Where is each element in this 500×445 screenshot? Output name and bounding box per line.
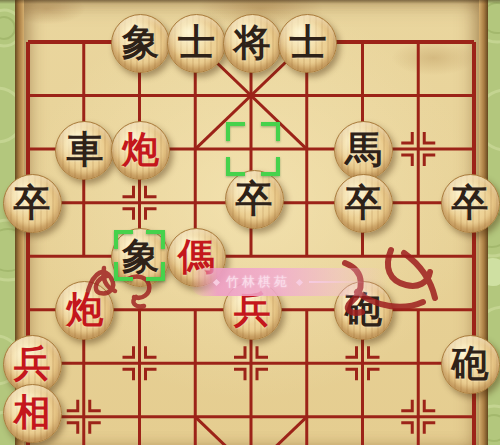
piece-character: 将 (234, 24, 271, 61)
piece-character: 卒 (345, 184, 382, 221)
piece-black-cannon[interactable]: 砲 (441, 335, 500, 394)
banner-dot-right (296, 278, 303, 285)
piece-character: 兵 (14, 345, 51, 382)
piece-black-elephant[interactable]: 象 (111, 228, 170, 287)
piece-character: 車 (66, 131, 103, 168)
piece-black-advisor[interactable]: 士 (278, 14, 337, 73)
piece-black-soldier[interactable]: 卒 (3, 174, 62, 233)
piece-character: 卒 (14, 184, 51, 221)
top-shadow (0, 0, 500, 4)
piece-character: 象 (122, 24, 159, 61)
xiangqi-game-screen: 象士将士車炮馬卒卒卒卒象傌炮兵砲兵砲相 竹林棋苑 (0, 0, 500, 445)
piece-character: 象 (122, 238, 159, 275)
piece-black-soldier[interactable]: 卒 (225, 170, 284, 229)
watermark-banner: 竹林棋苑 (190, 268, 388, 296)
piece-red-cannon[interactable]: 炮 (55, 281, 114, 340)
piece-character: 砲 (452, 345, 489, 382)
piece-red-elephant[interactable]: 相 (3, 384, 62, 443)
piece-character: 卒 (452, 184, 489, 221)
banner-tail-line (309, 281, 367, 283)
piece-red-cannon[interactable]: 炮 (111, 121, 170, 180)
piece-character: 兵 (234, 291, 271, 328)
piece-black-general[interactable]: 将 (223, 14, 282, 73)
piece-black-chariot[interactable]: 車 (55, 121, 114, 180)
pieces-layer: 象士将士車炮馬卒卒卒卒象傌炮兵砲兵砲相 (0, 0, 500, 445)
piece-black-advisor[interactable]: 士 (167, 14, 226, 73)
piece-character: 相 (14, 394, 51, 431)
piece-black-soldier[interactable]: 卒 (441, 174, 500, 233)
piece-black-soldier[interactable]: 卒 (334, 174, 393, 233)
piece-character: 馬 (345, 131, 382, 168)
piece-black-elephant[interactable]: 象 (111, 14, 170, 73)
banner-dot-left (213, 278, 220, 285)
piece-character: 士 (178, 24, 215, 61)
piece-character: 炮 (66, 291, 103, 328)
banner-text: 竹林棋苑 (226, 273, 290, 291)
piece-character: 炮 (122, 131, 159, 168)
piece-character: 砲 (345, 291, 382, 328)
piece-character: 卒 (236, 180, 273, 217)
piece-character: 士 (289, 24, 326, 61)
piece-black-horse[interactable]: 馬 (334, 121, 393, 180)
